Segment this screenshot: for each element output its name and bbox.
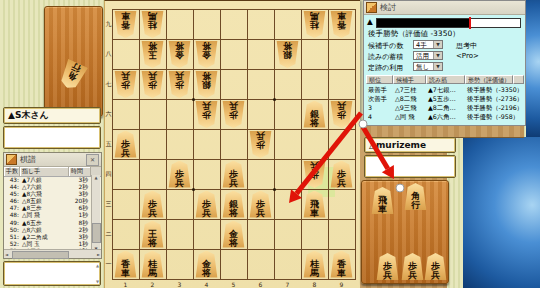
kifu-move-row[interactable]: 46:△8五銀20秒 — [4, 198, 101, 205]
file-label: 4 — [193, 281, 220, 288]
turn-marker: ▲ — [367, 17, 373, 26]
kifu-move-row[interactable]: 48:△同 飛1秒 — [4, 212, 101, 219]
col-rank: 順位 — [366, 75, 393, 84]
windows-desktop — [463, 137, 540, 288]
option-label-book: 定跡の利用 — [368, 63, 403, 73]
eval-bar-fill — [377, 19, 470, 27]
hoshi-dot — [192, 188, 195, 191]
chevron-down-icon[interactable]: ▼ — [433, 41, 442, 48]
candidate-row[interactable]: 最善手△7三桂▲7七銀…後手勝勢（-3350） — [366, 85, 525, 94]
file-label: 7 — [274, 281, 301, 288]
candidates-value: 4手 — [416, 41, 427, 49]
option-label-accumulate: 読みの蓄積 — [368, 52, 403, 62]
shogi-board[interactable]: 123456789九八七六五四三二一 香車桂馬金将桂馬香車王将金将歩兵歩兵銀将歩… — [104, 0, 360, 288]
sente-name: ▲S木さん — [8, 110, 49, 120]
gote-komadai: 飛車角行歩兵歩兵歩兵 — [361, 180, 449, 284]
rank-label: 四 — [105, 170, 112, 179]
col-candidate: 候補手 — [393, 75, 426, 84]
kifu-vertical-scrollbar[interactable]: ▲ ▼ — [91, 175, 100, 251]
kifu-move-row[interactable]: 50:△8六銀2秒 — [4, 227, 101, 234]
gote-name: △murizeme — [369, 140, 426, 150]
kifu-move-row[interactable]: 49:▲6五歩8秒 — [4, 220, 101, 227]
kifu-vscroll-thumb[interactable] — [92, 223, 101, 243]
candidates-table-header: 順位 候補手 読み筋 形勢（評価値） — [366, 75, 524, 84]
col-pv: 読み筋 — [426, 75, 465, 84]
comment-scroll-down[interactable]: ▼ — [96, 279, 99, 284]
kifu-comment-box[interactable]: ▲ ▼ — [3, 261, 101, 286]
engine-label: <Pro> — [456, 52, 479, 60]
accumulate-select[interactable]: 活用 ▼ — [413, 51, 443, 60]
file-label: 8 — [301, 281, 328, 288]
chevron-down-icon[interactable]: ▼ — [433, 63, 442, 70]
kifu-hscroll-left[interactable]: ◄ — [5, 252, 8, 257]
hoshi-dot — [273, 188, 276, 191]
kifu-col-moveno: 手数 — [4, 167, 20, 176]
file-label: 5 — [220, 281, 247, 288]
col-eval: 形勢（評価値） — [465, 75, 513, 84]
windows-desktop — [526, 0, 540, 137]
kifu-horizontal-scrollbar[interactable]: ◄ ► — [4, 249, 101, 258]
gote-info-box — [364, 155, 456, 178]
rank-label: 八 — [105, 50, 112, 59]
kifu-move-list[interactable]: 43:▲7八銀3秒44:△7六銀2秒45:▲8六飛3秒46:△8五銀20秒47:… — [4, 177, 101, 253]
kifu-col-move: 指し手 — [20, 167, 69, 176]
accumulate-value: 活用 — [416, 52, 429, 60]
kifu-move-row[interactable]: 43:▲7八銀3秒 — [4, 177, 101, 184]
kifu-hscroll-thumb[interactable] — [12, 251, 69, 259]
rank-label: 九 — [105, 20, 112, 29]
candidate-row[interactable]: 3△9三飛▲8二角…後手勝勢（-2196） — [366, 103, 525, 112]
kifu-window-icon — [6, 154, 17, 165]
chevron-down-icon[interactable]: ▼ — [433, 52, 442, 59]
file-label: 3 — [166, 281, 193, 288]
kifu-table-header: 手数 指し手 時間 — [4, 167, 101, 177]
kifu-window-title: 棋譜 — [20, 154, 36, 165]
eval-bar-marker — [469, 17, 471, 29]
candidates-table-rows[interactable]: 最善手△7三桂▲7七銀…後手勝勢（-3350）次善手△8二飛▲5五歩…後手勝勢（… — [366, 85, 525, 121]
eval-bar — [376, 18, 521, 28]
file-label: 2 — [139, 281, 166, 288]
sente-nameplate: ▲S木さん — [3, 107, 101, 124]
file-label: 6 — [247, 281, 274, 288]
hoshi-dot — [192, 98, 195, 101]
candidate-row[interactable]: 4△同 飛▲6六角…後手優勢（-958） — [366, 112, 525, 121]
analysis-window-icon — [366, 2, 377, 13]
rank-label: 一 — [105, 260, 112, 269]
rank-label: 五 — [105, 140, 112, 149]
kifu-move-row[interactable]: 47:▲8三歩6秒 — [4, 205, 101, 212]
col-filler — [513, 75, 524, 84]
kifu-hscroll-right[interactable]: ► — [97, 252, 100, 257]
rank-label: 二 — [105, 230, 112, 239]
kifu-col-time: 時間 — [69, 167, 91, 176]
comment-scroll-up[interactable]: ▲ — [96, 263, 99, 268]
rank-label: 六 — [105, 110, 112, 119]
sente-info-box — [3, 126, 101, 149]
option-label-candidates: 候補手の数 — [368, 41, 403, 51]
kifu-titlebar[interactable]: 棋譜 ✕ — [4, 153, 101, 167]
sente-komadai: 角行 — [44, 6, 103, 117]
file-label: 1 — [112, 281, 139, 288]
rank-label: 三 — [105, 200, 112, 209]
kifu-move-row[interactable]: 45:▲8六飛3秒 — [4, 191, 101, 198]
hoshi-dot — [273, 98, 276, 101]
eval-status-line: 後手勝勢（評価値 -3350） — [368, 29, 460, 39]
candidates-select[interactable]: 4手 ▼ — [413, 40, 443, 49]
book-select[interactable]: 無し ▼ — [413, 62, 443, 71]
analysis-titlebar[interactable]: 検討 — [364, 1, 525, 15]
candidate-row[interactable]: 次善手△8二飛▲5五歩…後手勝勢（-2736） — [366, 94, 525, 103]
kifu-close-button[interactable]: ✕ — [86, 154, 99, 166]
rank-label: 七 — [105, 80, 112, 89]
thinking-status: 思考中 — [456, 41, 477, 51]
gote-nameplate: △murizeme — [364, 137, 456, 153]
kifu-move-row[interactable]: 51:▲2二角成3秒 — [4, 234, 101, 241]
book-value: 無し — [416, 63, 429, 71]
analysis-window-title: 検討 — [380, 2, 396, 13]
file-label: 9 — [328, 281, 355, 288]
kifu-window: 棋譜 ✕ 手数 指し手 時間 43:▲7八銀3秒44:△7六銀2秒45:▲8六飛… — [3, 152, 102, 259]
kifu-move-row[interactable]: 52:△同 玉1秒 — [4, 241, 101, 248]
kifu-move-row[interactable]: 44:△7六銀2秒 — [4, 184, 101, 191]
analysis-window: 検討 ▲ 後手勝勢（評価値 -3350） 候補手の数 4手 ▼ 思考中 読みの蓄… — [363, 0, 526, 126]
